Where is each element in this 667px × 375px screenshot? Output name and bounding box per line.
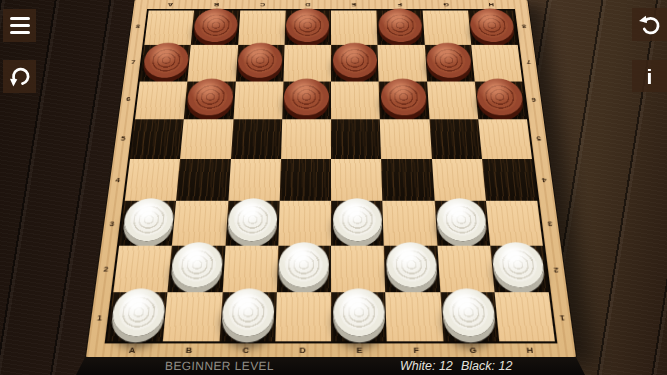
square-h6[interactable] bbox=[474, 81, 527, 119]
black-piece-a7[interactable] bbox=[142, 43, 190, 78]
square-g5[interactable] bbox=[429, 119, 482, 159]
info-button[interactable]: i bbox=[632, 60, 667, 92]
square-h7 bbox=[471, 45, 522, 81]
square-h5 bbox=[478, 119, 532, 159]
coord-label-g: G bbox=[444, 343, 502, 357]
square-c4 bbox=[228, 159, 281, 201]
square-e1[interactable] bbox=[331, 292, 387, 341]
black-piece-d6[interactable] bbox=[284, 79, 330, 116]
black-piece-d8[interactable] bbox=[286, 8, 330, 42]
square-d3 bbox=[278, 201, 331, 245]
coord-label-a: A bbox=[103, 343, 161, 357]
square-d4[interactable] bbox=[279, 159, 331, 201]
square-d7 bbox=[283, 45, 331, 81]
square-b5 bbox=[180, 119, 233, 159]
board-grid bbox=[105, 9, 558, 343]
square-f1 bbox=[385, 292, 443, 341]
square-f6[interactable] bbox=[379, 81, 429, 119]
white-piece-g3[interactable] bbox=[435, 198, 487, 241]
square-b8[interactable] bbox=[191, 11, 240, 45]
square-c5[interactable] bbox=[231, 119, 283, 159]
square-a2 bbox=[113, 245, 172, 292]
square-d8[interactable] bbox=[284, 11, 331, 45]
square-c3[interactable] bbox=[225, 201, 279, 245]
square-e6 bbox=[331, 81, 380, 119]
square-d6[interactable] bbox=[282, 81, 331, 119]
white-piece-c1[interactable] bbox=[221, 289, 275, 337]
square-f8[interactable] bbox=[377, 11, 425, 45]
coord-label-h: H bbox=[501, 343, 559, 357]
square-g6 bbox=[427, 81, 478, 119]
square-c8 bbox=[238, 11, 286, 45]
undo-button[interactable] bbox=[632, 8, 667, 41]
board-frame: ABCDEFGH ABCDEFGH 87654321 87654321 bbox=[85, 0, 578, 358]
coord-label-c: C bbox=[217, 343, 274, 357]
black-piece-g7[interactable] bbox=[426, 43, 473, 78]
square-h1 bbox=[494, 292, 555, 341]
square-f5 bbox=[380, 119, 432, 159]
square-g4 bbox=[432, 159, 486, 201]
restart-button[interactable] bbox=[3, 60, 36, 93]
square-a1[interactable] bbox=[107, 292, 168, 341]
file-labels-top: ABCDEFGH bbox=[147, 0, 515, 9]
square-e8 bbox=[331, 11, 378, 45]
square-b1 bbox=[163, 292, 222, 341]
square-a7[interactable] bbox=[140, 45, 191, 81]
file-labels-bottom: ABCDEFGH bbox=[103, 343, 559, 357]
square-a8 bbox=[144, 11, 194, 45]
square-e5[interactable] bbox=[331, 119, 381, 159]
square-e4 bbox=[331, 159, 383, 201]
white-piece-c3[interactable] bbox=[227, 198, 278, 241]
square-g8 bbox=[422, 11, 471, 45]
game-screen: ABCDEFGH ABCDEFGH 87654321 87654321 BEGI… bbox=[0, 0, 667, 375]
coord-label-e: E bbox=[331, 0, 377, 9]
square-f4[interactable] bbox=[381, 159, 434, 201]
square-b6[interactable] bbox=[184, 81, 235, 119]
white-piece-b2[interactable] bbox=[170, 242, 224, 288]
checkers-board: ABCDEFGH ABCDEFGH 87654321 87654321 bbox=[85, 0, 578, 358]
black-piece-h6[interactable] bbox=[476, 79, 525, 116]
coord-label-c: C bbox=[239, 0, 285, 9]
black-piece-b8[interactable] bbox=[193, 8, 239, 42]
square-b4[interactable] bbox=[176, 159, 230, 201]
black-count-label: Black: 12 bbox=[461, 359, 512, 373]
square-e2 bbox=[331, 245, 385, 292]
square-g3[interactable] bbox=[434, 201, 490, 245]
board-front-edge: BEGINNER LEVEL White: 12 Black: 12 bbox=[76, 357, 585, 375]
square-d1 bbox=[275, 292, 331, 341]
square-a4 bbox=[125, 159, 181, 201]
white-count-label: White: 12 bbox=[400, 359, 453, 373]
hamburger-menu-icon bbox=[10, 17, 30, 35]
undo-icon bbox=[637, 12, 663, 38]
square-g1[interactable] bbox=[440, 292, 499, 341]
white-piece-a3[interactable] bbox=[121, 198, 175, 241]
coord-label-b: B bbox=[160, 343, 218, 357]
square-f7 bbox=[378, 45, 427, 81]
square-g2 bbox=[437, 245, 494, 292]
menu-button[interactable] bbox=[3, 9, 36, 42]
black-piece-c7[interactable] bbox=[237, 43, 283, 78]
black-piece-b6[interactable] bbox=[186, 79, 234, 116]
white-piece-d2[interactable] bbox=[278, 242, 329, 288]
square-g7[interactable] bbox=[424, 45, 474, 81]
square-d2[interactable] bbox=[277, 245, 331, 292]
square-a5[interactable] bbox=[130, 119, 184, 159]
square-f2[interactable] bbox=[384, 245, 440, 292]
square-a6 bbox=[135, 81, 188, 119]
black-piece-f8[interactable] bbox=[378, 8, 423, 42]
square-b2[interactable] bbox=[168, 245, 225, 292]
square-h8[interactable] bbox=[468, 11, 518, 45]
black-piece-f6[interactable] bbox=[380, 79, 427, 116]
white-piece-e1[interactable] bbox=[333, 289, 386, 337]
square-d5 bbox=[281, 119, 331, 159]
square-c2 bbox=[222, 245, 278, 292]
black-piece-e7[interactable] bbox=[332, 43, 377, 78]
square-e7[interactable] bbox=[331, 45, 379, 81]
square-c1[interactable] bbox=[219, 292, 277, 341]
difficulty-level-label: BEGINNER LEVEL bbox=[165, 359, 275, 373]
white-piece-h2[interactable] bbox=[491, 242, 546, 288]
coord-label-a: A bbox=[147, 0, 194, 9]
square-f3 bbox=[383, 201, 437, 245]
square-e3[interactable] bbox=[331, 201, 384, 245]
white-piece-g1[interactable] bbox=[441, 289, 497, 337]
square-a3[interactable] bbox=[119, 201, 176, 245]
coord-label-e: E bbox=[331, 343, 388, 357]
white-piece-f2[interactable] bbox=[385, 242, 438, 288]
black-piece-h8[interactable] bbox=[469, 8, 516, 42]
info-icon: i bbox=[647, 66, 653, 87]
restart-icon bbox=[4, 61, 36, 93]
square-c7[interactable] bbox=[235, 45, 284, 81]
square-h4[interactable] bbox=[482, 159, 538, 201]
coord-label-g: G bbox=[422, 0, 469, 9]
coord-label-d: D bbox=[274, 343, 331, 357]
square-h2[interactable] bbox=[490, 245, 549, 292]
coord-label-f: F bbox=[388, 343, 445, 357]
white-piece-e3[interactable] bbox=[333, 198, 383, 241]
square-b3 bbox=[172, 201, 228, 245]
white-piece-a1[interactable] bbox=[109, 289, 166, 337]
square-h3 bbox=[486, 201, 543, 245]
square-c6 bbox=[233, 81, 283, 119]
square-b7 bbox=[188, 45, 238, 81]
